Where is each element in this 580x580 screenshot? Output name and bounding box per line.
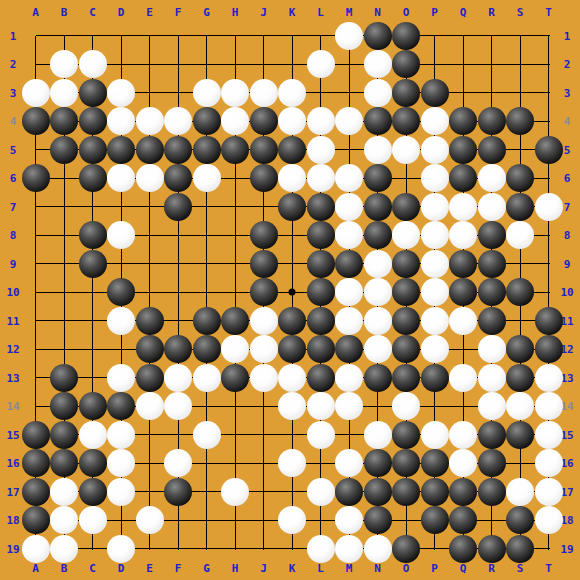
white-stone-L5[interactable] (307, 136, 335, 164)
black-stone-L11[interactable] (307, 307, 335, 335)
white-stone-G15[interactable] (193, 421, 221, 449)
black-stone-O2[interactable] (392, 50, 420, 78)
black-stone-N13[interactable] (364, 364, 392, 392)
white-stone-B17[interactable] (50, 478, 78, 506)
coord-right-19: 19 (560, 543, 573, 554)
white-stone-Q16[interactable] (449, 449, 477, 477)
white-stone-R14[interactable] (478, 392, 506, 420)
white-stone-B18[interactable] (50, 506, 78, 534)
coord-top-E: E (146, 7, 153, 18)
black-stone-C6[interactable] (79, 164, 107, 192)
white-stone-K16[interactable] (278, 449, 306, 477)
white-stone-M4[interactable] (335, 107, 363, 135)
black-stone-S12[interactable] (506, 335, 534, 363)
coord-bottom-E: E (146, 563, 153, 574)
white-stone-N11[interactable] (364, 307, 392, 335)
black-stone-J5[interactable] (250, 136, 278, 164)
coord-top-F: F (175, 7, 182, 18)
white-stone-T7[interactable] (535, 193, 563, 221)
white-stone-B3[interactable] (50, 79, 78, 107)
black-stone-O11[interactable] (392, 307, 420, 335)
black-stone-Q5[interactable] (449, 136, 477, 164)
coord-bottom-H: H (232, 563, 239, 574)
coord-top-L: L (317, 7, 324, 18)
white-stone-D8[interactable] (107, 221, 135, 249)
black-stone-R17[interactable] (478, 478, 506, 506)
white-stone-E6[interactable] (136, 164, 164, 192)
coord-top-N: N (374, 7, 381, 18)
white-stone-N10[interactable] (364, 278, 392, 306)
white-stone-D11[interactable] (107, 307, 135, 335)
coord-top-G: G (203, 7, 210, 18)
black-stone-K11[interactable] (278, 307, 306, 335)
black-stone-D5[interactable] (107, 136, 135, 164)
white-stone-D4[interactable] (107, 107, 135, 135)
black-stone-E13[interactable] (136, 364, 164, 392)
black-stone-A6[interactable] (22, 164, 50, 192)
white-stone-O5[interactable] (392, 136, 420, 164)
coord-left-13: 13 (6, 372, 19, 383)
black-stone-O12[interactable] (392, 335, 420, 363)
black-stone-O3[interactable] (392, 79, 420, 107)
white-stone-P6[interactable] (421, 164, 449, 192)
white-stone-T15[interactable] (535, 421, 563, 449)
black-stone-N16[interactable] (364, 449, 392, 477)
coord-right-4: 4 (564, 116, 571, 127)
black-stone-E5[interactable] (136, 136, 164, 164)
coord-bottom-M: M (346, 563, 353, 574)
black-stone-S18[interactable] (506, 506, 534, 534)
black-stone-G11[interactable] (193, 307, 221, 335)
black-stone-B15[interactable] (50, 421, 78, 449)
black-stone-T5[interactable] (535, 136, 563, 164)
black-stone-E11[interactable] (136, 307, 164, 335)
coord-left-11: 11 (6, 315, 19, 326)
black-stone-M9[interactable] (335, 250, 363, 278)
black-stone-J4[interactable] (250, 107, 278, 135)
coord-right-2: 2 (564, 59, 571, 70)
black-stone-S6[interactable] (506, 164, 534, 192)
black-stone-Q10[interactable] (449, 278, 477, 306)
black-stone-M12[interactable] (335, 335, 363, 363)
white-stone-D13[interactable] (107, 364, 135, 392)
coord-top-T: T (545, 7, 552, 18)
black-stone-R4[interactable] (478, 107, 506, 135)
white-stone-N15[interactable] (364, 421, 392, 449)
coord-bottom-J: J (260, 563, 267, 574)
white-stone-L2[interactable] (307, 50, 335, 78)
white-stone-P8[interactable] (421, 221, 449, 249)
white-stone-T13[interactable] (535, 364, 563, 392)
white-stone-S14[interactable] (506, 392, 534, 420)
black-stone-T12[interactable] (535, 335, 563, 363)
white-stone-T18[interactable] (535, 506, 563, 534)
coord-left-6: 6 (10, 173, 17, 184)
white-stone-S8[interactable] (506, 221, 534, 249)
black-stone-P16[interactable] (421, 449, 449, 477)
white-stone-P5[interactable] (421, 136, 449, 164)
black-stone-T11[interactable] (535, 307, 563, 335)
black-stone-F6[interactable] (164, 164, 192, 192)
white-stone-Q15[interactable] (449, 421, 477, 449)
star-point-K10 (289, 289, 296, 296)
black-stone-S19[interactable] (506, 535, 534, 563)
white-stone-H4[interactable] (221, 107, 249, 135)
coord-top-A: A (32, 7, 39, 18)
black-stone-M17[interactable] (335, 478, 363, 506)
white-stone-N19[interactable] (364, 535, 392, 563)
white-stone-C18[interactable] (79, 506, 107, 534)
black-stone-R11[interactable] (478, 307, 506, 335)
black-stone-R9[interactable] (478, 250, 506, 278)
white-stone-N5[interactable] (364, 136, 392, 164)
white-stone-R6[interactable] (478, 164, 506, 192)
black-stone-F17[interactable] (164, 478, 192, 506)
white-stone-N12[interactable] (364, 335, 392, 363)
black-stone-O19[interactable] (392, 535, 420, 563)
black-stone-B4[interactable] (50, 107, 78, 135)
coord-left-1: 1 (10, 30, 17, 41)
black-stone-G4[interactable] (193, 107, 221, 135)
coord-top-J: J (260, 7, 267, 18)
black-stone-J9[interactable] (250, 250, 278, 278)
black-stone-O10[interactable] (392, 278, 420, 306)
coord-bottom-D: D (118, 563, 125, 574)
black-stone-K5[interactable] (278, 136, 306, 164)
coord-left-5: 5 (10, 144, 17, 155)
white-stone-K14[interactable] (278, 392, 306, 420)
white-stone-D19[interactable] (107, 535, 135, 563)
white-stone-D15[interactable] (107, 421, 135, 449)
black-stone-C4[interactable] (79, 107, 107, 135)
coord-top-K: K (289, 7, 296, 18)
black-stone-H13[interactable] (221, 364, 249, 392)
black-stone-L9[interactable] (307, 250, 335, 278)
coord-top-R: R (488, 7, 495, 18)
black-stone-A15[interactable] (22, 421, 50, 449)
coord-left-2: 2 (10, 59, 17, 70)
white-stone-Q7[interactable] (449, 193, 477, 221)
black-stone-A18[interactable] (22, 506, 50, 534)
white-stone-P12[interactable] (421, 335, 449, 363)
black-stone-O7[interactable] (392, 193, 420, 221)
white-stone-Q8[interactable] (449, 221, 477, 249)
coord-left-4: 4 (10, 116, 17, 127)
black-stone-B13[interactable] (50, 364, 78, 392)
coord-left-15: 15 (6, 429, 19, 440)
coord-top-D: D (118, 7, 125, 18)
white-stone-N2[interactable] (364, 50, 392, 78)
black-stone-O13[interactable] (392, 364, 420, 392)
coord-left-7: 7 (10, 201, 17, 212)
white-stone-B19[interactable] (50, 535, 78, 563)
white-stone-K18[interactable] (278, 506, 306, 534)
black-stone-C16[interactable] (79, 449, 107, 477)
black-stone-N18[interactable] (364, 506, 392, 534)
coord-bottom-C: C (89, 563, 96, 574)
black-stone-C5[interactable] (79, 136, 107, 164)
coord-bottom-G: G (203, 563, 210, 574)
coord-right-9: 9 (564, 258, 571, 269)
black-stone-C14[interactable] (79, 392, 107, 420)
black-stone-Q4[interactable] (449, 107, 477, 135)
black-stone-K12[interactable] (278, 335, 306, 363)
white-stone-D16[interactable] (107, 449, 135, 477)
white-stone-M16[interactable] (335, 449, 363, 477)
black-stone-P3[interactable] (421, 79, 449, 107)
black-stone-E12[interactable] (136, 335, 164, 363)
black-stone-C9[interactable] (79, 250, 107, 278)
black-stone-L13[interactable] (307, 364, 335, 392)
black-stone-L8[interactable] (307, 221, 335, 249)
black-stone-P13[interactable] (421, 364, 449, 392)
black-stone-L10[interactable] (307, 278, 335, 306)
white-stone-K13[interactable] (278, 364, 306, 392)
black-stone-J10[interactable] (250, 278, 278, 306)
white-stone-Q11[interactable] (449, 307, 477, 335)
black-stone-L12[interactable] (307, 335, 335, 363)
black-stone-Q17[interactable] (449, 478, 477, 506)
white-stone-M14[interactable] (335, 392, 363, 420)
black-stone-N8[interactable] (364, 221, 392, 249)
white-stone-J12[interactable] (250, 335, 278, 363)
white-stone-L19[interactable] (307, 535, 335, 563)
white-stone-M8[interactable] (335, 221, 363, 249)
white-stone-T17[interactable] (535, 478, 563, 506)
coord-top-H: H (232, 7, 239, 18)
white-stone-D17[interactable] (107, 478, 135, 506)
coord-bottom-N: N (374, 563, 381, 574)
coord-left-9: 9 (10, 258, 17, 269)
white-stone-M7[interactable] (335, 193, 363, 221)
coord-right-3: 3 (564, 87, 571, 98)
white-stone-P4[interactable] (421, 107, 449, 135)
black-stone-S4[interactable] (506, 107, 534, 135)
coord-left-14: 14 (6, 401, 19, 412)
coord-right-10: 10 (560, 287, 573, 298)
black-stone-O16[interactable] (392, 449, 420, 477)
black-stone-O15[interactable] (392, 421, 420, 449)
white-stone-K6[interactable] (278, 164, 306, 192)
coord-bottom-K: K (289, 563, 296, 574)
white-stone-Q13[interactable] (449, 364, 477, 392)
black-stone-G12[interactable] (193, 335, 221, 363)
white-stone-M1[interactable] (335, 22, 363, 50)
black-stone-D14[interactable] (107, 392, 135, 420)
grid-line-horizontal (36, 64, 550, 65)
black-stone-R10[interactable] (478, 278, 506, 306)
black-stone-F7[interactable] (164, 193, 192, 221)
coord-left-10: 10 (6, 287, 19, 298)
black-stone-F12[interactable] (164, 335, 192, 363)
white-stone-E14[interactable] (136, 392, 164, 420)
coord-bottom-L: L (317, 563, 324, 574)
black-stone-N4[interactable] (364, 107, 392, 135)
white-stone-O8[interactable] (392, 221, 420, 249)
black-stone-S7[interactable] (506, 193, 534, 221)
black-stone-Q18[interactable] (449, 506, 477, 534)
black-stone-N17[interactable] (364, 478, 392, 506)
white-stone-P11[interactable] (421, 307, 449, 335)
coord-top-S: S (517, 7, 524, 18)
coord-left-19: 19 (6, 543, 19, 554)
white-stone-T16[interactable] (535, 449, 563, 477)
coord-bottom-T: T (545, 563, 552, 574)
coord-bottom-P: P (431, 563, 438, 574)
black-stone-G5[interactable] (193, 136, 221, 164)
white-stone-H3[interactable] (221, 79, 249, 107)
white-stone-D3[interactable] (107, 79, 135, 107)
white-stone-F14[interactable] (164, 392, 192, 420)
go-board[interactable]: AABBCCDDEEFFGGHHJJKKLLMMNNOOPPQQRRSSTT11… (0, 0, 580, 580)
coord-top-C: C (89, 7, 96, 18)
coord-top-Q: Q (460, 7, 467, 18)
coord-right-1: 1 (564, 30, 571, 41)
black-stone-O1[interactable] (392, 22, 420, 50)
black-stone-A4[interactable] (22, 107, 50, 135)
white-stone-J11[interactable] (250, 307, 278, 335)
coord-left-17: 17 (6, 486, 19, 497)
black-stone-Q19[interactable] (449, 535, 477, 563)
white-stone-G6[interactable] (193, 164, 221, 192)
grid-line-horizontal (36, 35, 550, 36)
coord-bottom-A: A (32, 563, 39, 574)
white-stone-M13[interactable] (335, 364, 363, 392)
coord-bottom-B: B (61, 563, 68, 574)
white-stone-G3[interactable] (193, 79, 221, 107)
white-stone-F4[interactable] (164, 107, 192, 135)
white-stone-B2[interactable] (50, 50, 78, 78)
coord-right-5: 5 (564, 144, 571, 155)
coord-left-8: 8 (10, 230, 17, 241)
coord-bottom-R: R (488, 563, 495, 574)
black-stone-C3[interactable] (79, 79, 107, 107)
white-stone-J3[interactable] (250, 79, 278, 107)
black-stone-K7[interactable] (278, 193, 306, 221)
white-stone-F16[interactable] (164, 449, 192, 477)
white-stone-N3[interactable] (364, 79, 392, 107)
white-stone-A3[interactable] (22, 79, 50, 107)
black-stone-B5[interactable] (50, 136, 78, 164)
black-stone-C17[interactable] (79, 478, 107, 506)
white-stone-R7[interactable] (478, 193, 506, 221)
coord-top-P: P (431, 7, 438, 18)
white-stone-P10[interactable] (421, 278, 449, 306)
white-stone-E4[interactable] (136, 107, 164, 135)
coord-right-6: 6 (564, 173, 571, 184)
black-stone-N7[interactable] (364, 193, 392, 221)
black-stone-P17[interactable] (421, 478, 449, 506)
black-stone-F5[interactable] (164, 136, 192, 164)
white-stone-G13[interactable] (193, 364, 221, 392)
black-stone-Q6[interactable] (449, 164, 477, 192)
black-stone-R16[interactable] (478, 449, 506, 477)
white-stone-K3[interactable] (278, 79, 306, 107)
white-stone-L15[interactable] (307, 421, 335, 449)
white-stone-E18[interactable] (136, 506, 164, 534)
coord-left-3: 3 (10, 87, 17, 98)
white-stone-J13[interactable] (250, 364, 278, 392)
white-stone-M11[interactable] (335, 307, 363, 335)
coord-bottom-S: S (517, 563, 524, 574)
white-stone-P7[interactable] (421, 193, 449, 221)
coord-bottom-Q: Q (460, 563, 467, 574)
coord-bottom-O: O (403, 563, 410, 574)
white-stone-S17[interactable] (506, 478, 534, 506)
white-stone-L17[interactable] (307, 478, 335, 506)
black-stone-B16[interactable] (50, 449, 78, 477)
black-stone-H5[interactable] (221, 136, 249, 164)
black-stone-A17[interactable] (22, 478, 50, 506)
white-stone-P9[interactable] (421, 250, 449, 278)
black-stone-R5[interactable] (478, 136, 506, 164)
black-stone-S13[interactable] (506, 364, 534, 392)
coord-top-M: M (346, 7, 353, 18)
black-stone-S15[interactable] (506, 421, 534, 449)
white-stone-P15[interactable] (421, 421, 449, 449)
black-stone-O17[interactable] (392, 478, 420, 506)
black-stone-N6[interactable] (364, 164, 392, 192)
black-stone-R15[interactable] (478, 421, 506, 449)
white-stone-M10[interactable] (335, 278, 363, 306)
white-stone-M18[interactable] (335, 506, 363, 534)
black-stone-O4[interactable] (392, 107, 420, 135)
coord-left-12: 12 (6, 344, 19, 355)
white-stone-R12[interactable] (478, 335, 506, 363)
white-stone-H12[interactable] (221, 335, 249, 363)
coord-top-O: O (403, 7, 410, 18)
white-stone-L4[interactable] (307, 107, 335, 135)
white-stone-D6[interactable] (107, 164, 135, 192)
black-stone-S10[interactable] (506, 278, 534, 306)
black-stone-O9[interactable] (392, 250, 420, 278)
white-stone-K4[interactable] (278, 107, 306, 135)
black-stone-P18[interactable] (421, 506, 449, 534)
coord-right-7: 7 (564, 201, 571, 212)
white-stone-F13[interactable] (164, 364, 192, 392)
white-stone-M6[interactable] (335, 164, 363, 192)
black-stone-C8[interactable] (79, 221, 107, 249)
white-stone-R13[interactable] (478, 364, 506, 392)
coord-left-18: 18 (6, 515, 19, 526)
white-stone-T14[interactable] (535, 392, 563, 420)
coord-bottom-F: F (175, 563, 182, 574)
coord-left-16: 16 (6, 458, 19, 469)
black-stone-H11[interactable] (221, 307, 249, 335)
black-stone-J6[interactable] (250, 164, 278, 192)
black-stone-J8[interactable] (250, 221, 278, 249)
white-stone-N9[interactable] (364, 250, 392, 278)
black-stone-B14[interactable] (50, 392, 78, 420)
black-stone-N1[interactable] (364, 22, 392, 50)
black-stone-R8[interactable] (478, 221, 506, 249)
white-stone-M19[interactable] (335, 535, 363, 563)
black-stone-R19[interactable] (478, 535, 506, 563)
white-stone-H17[interactable] (221, 478, 249, 506)
white-stone-C15[interactable] (79, 421, 107, 449)
white-stone-O14[interactable] (392, 392, 420, 420)
coord-right-8: 8 (564, 230, 571, 241)
black-stone-A16[interactable] (22, 449, 50, 477)
black-stone-Q9[interactable] (449, 250, 477, 278)
white-stone-L6[interactable] (307, 164, 335, 192)
black-stone-D10[interactable] (107, 278, 135, 306)
white-stone-C2[interactable] (79, 50, 107, 78)
white-stone-A19[interactable] (22, 535, 50, 563)
white-stone-L14[interactable] (307, 392, 335, 420)
coord-top-B: B (61, 7, 68, 18)
black-stone-L7[interactable] (307, 193, 335, 221)
